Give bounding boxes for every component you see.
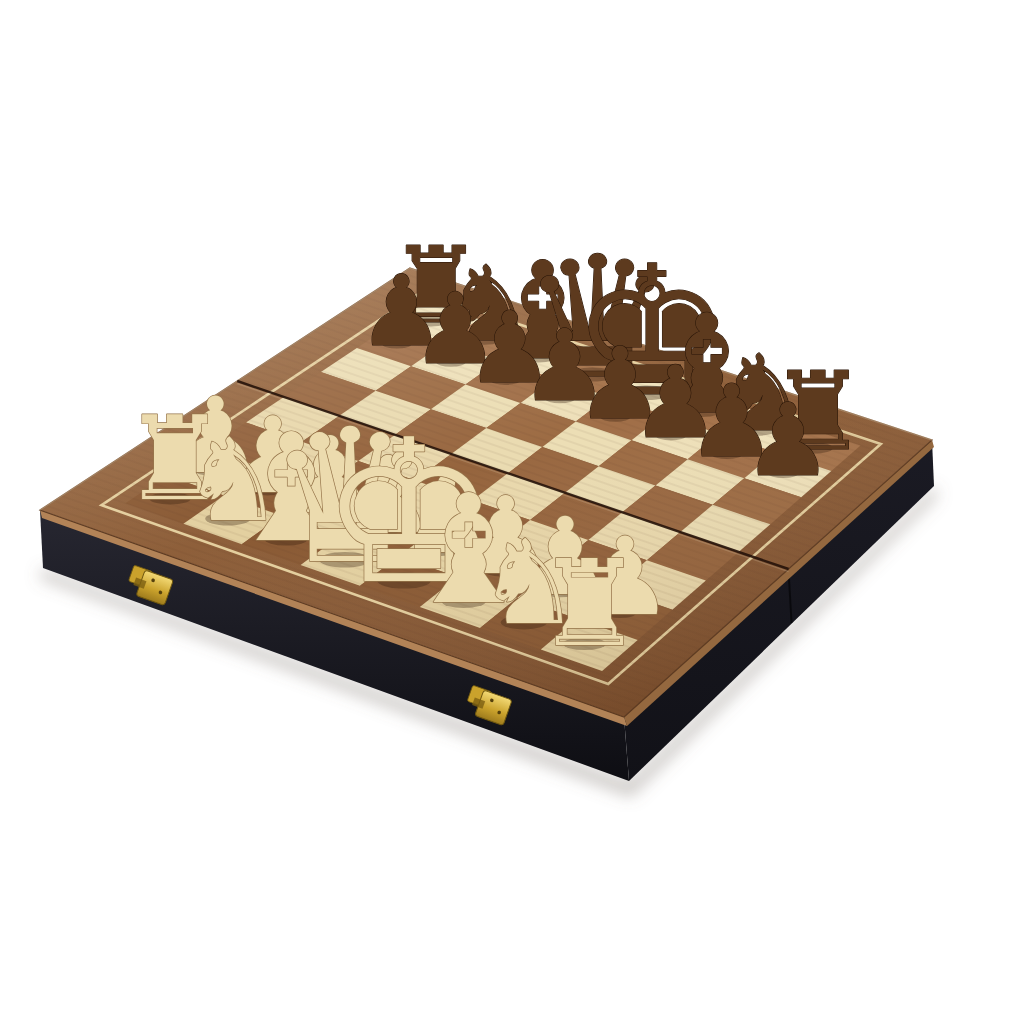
- piece-white-rook-h1: ♜: [536, 534, 643, 673]
- chess-scene-svg: ♜♞♟♝♟♛♟♚♟♝♟♞♟♜♟♟♟♟♜♟♞♟♝♟♛♟♚♟♝♟♞♜: [0, 0, 1024, 1024]
- piece-black-pawn-h7: ♟: [743, 382, 833, 499]
- chess-set-product-photo: ♜♞♟♝♟♛♟♚♟♝♟♞♟♜♟♟♟♟♜♟♞♟♝♟♛♟♚♟♝♟♞♜: [0, 0, 1024, 1024]
